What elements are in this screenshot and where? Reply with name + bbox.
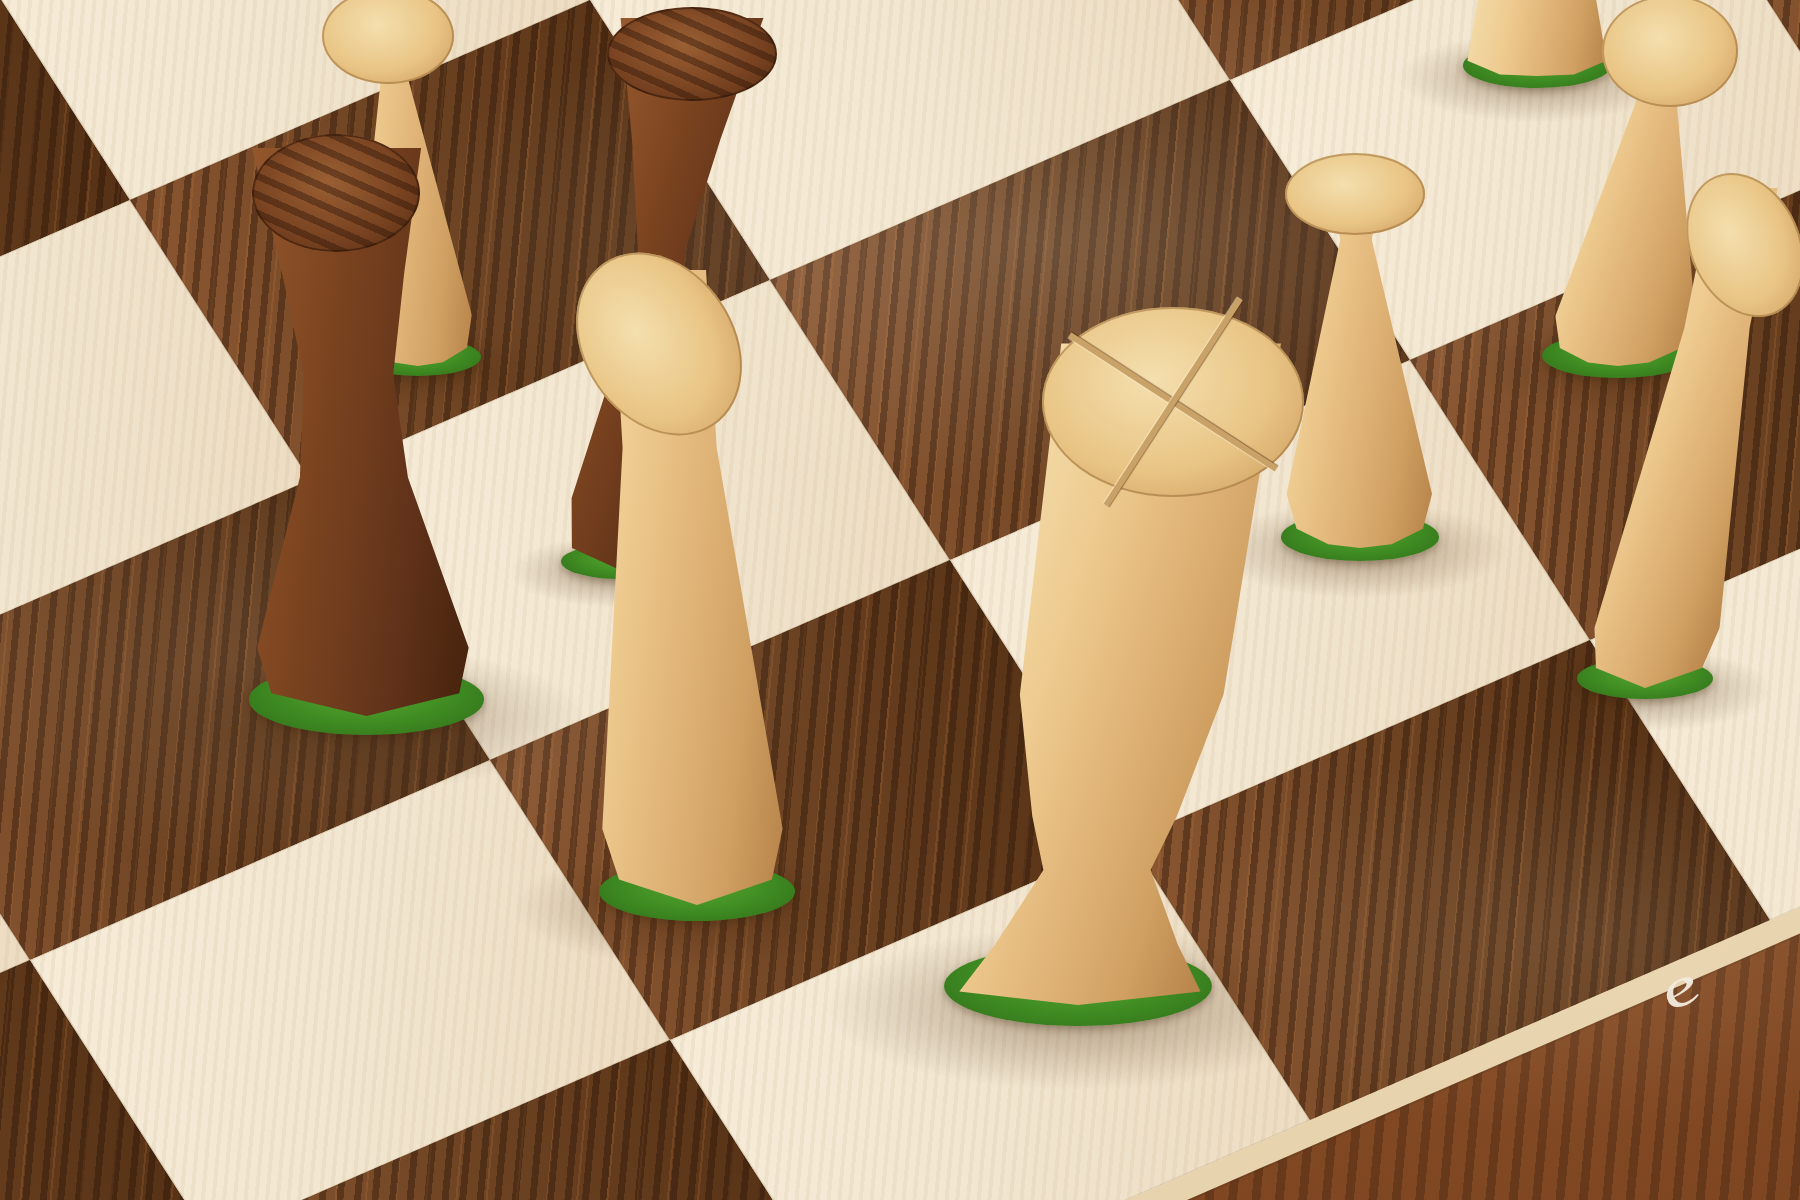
king-cross-kerf xyxy=(1103,297,1242,507)
p-top xyxy=(1664,154,1800,336)
board-photo-scene: e ♖♙♙♙♛♗♜♗♔ xyxy=(0,0,1800,1200)
p-top xyxy=(252,134,420,252)
piece-white-bishop-g2[interactable]: ♗ xyxy=(1441,108,1800,738)
p-top xyxy=(1602,0,1738,107)
p-top xyxy=(1285,153,1425,235)
piece-white-king-d1[interactable]: ♔ xyxy=(676,250,1480,1055)
p-top xyxy=(1042,307,1304,497)
